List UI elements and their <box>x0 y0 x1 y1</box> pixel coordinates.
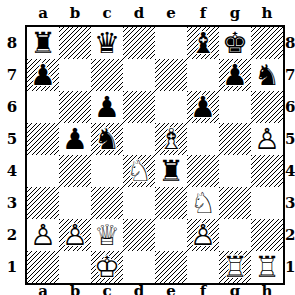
square-b6 <box>59 91 91 123</box>
piece-black-queen-c8: ♛ <box>91 27 123 59</box>
square-e3 <box>155 187 187 219</box>
rank-labels-right: 87654321 <box>285 27 295 283</box>
rank-label-8: 8 <box>1 27 23 59</box>
square-e4: ♜♜ <box>155 155 187 187</box>
rank-label-1: 1 <box>285 251 295 283</box>
piece-black-pawn-c6: ♟ <box>91 91 123 123</box>
square-a4 <box>27 155 59 187</box>
square-g6 <box>219 91 251 123</box>
piece-white-rook-h1: ♖ <box>251 251 283 283</box>
square-b8 <box>59 27 91 59</box>
piece-black-pawn-f6: ♟ <box>187 91 219 123</box>
square-f3: ♞♘ <box>187 187 219 219</box>
piece-white-rook-g1: ♖ <box>219 251 251 283</box>
rank-labels-left: 87654321 <box>1 27 23 283</box>
square-a5 <box>27 123 59 155</box>
square-d1 <box>123 251 155 283</box>
rank-label-1: 1 <box>1 251 23 283</box>
piece-white-queen-c2: ♕ <box>91 219 123 251</box>
file-label-d: d <box>123 2 155 24</box>
square-d6 <box>123 91 155 123</box>
piece-white-pawn-f2: ♙ <box>187 219 219 251</box>
square-a2: ♟♙ <box>27 219 59 251</box>
file-label-f: f <box>187 287 219 295</box>
file-label-g: g <box>219 2 251 24</box>
piece-white-bishop-e5: ♗ <box>155 123 187 155</box>
piece-black-knight-c5: ♞ <box>91 123 123 155</box>
rank-label-7: 7 <box>1 59 23 91</box>
square-f1 <box>187 251 219 283</box>
piece-black-rook-a8: ♜ <box>27 27 59 59</box>
file-label-h: h <box>251 2 283 24</box>
square-h8 <box>251 27 283 59</box>
rank-label-3: 3 <box>285 187 295 219</box>
square-e7 <box>155 59 187 91</box>
square-c3 <box>91 187 123 219</box>
piece-black-bishop-f8: ♝ <box>187 27 219 59</box>
square-g4 <box>219 155 251 187</box>
square-a7: ♟♟ <box>27 59 59 91</box>
piece-white-pawn-b2: ♙ <box>59 219 91 251</box>
file-label-d: d <box>123 287 155 295</box>
square-d4: ♞♘ <box>123 155 155 187</box>
square-a8: ♜♜ <box>27 27 59 59</box>
rank-label-8: 8 <box>285 27 295 59</box>
piece-white-pawn-a2: ♙ <box>27 219 59 251</box>
file-label-f: f <box>187 2 219 24</box>
square-a6 <box>27 91 59 123</box>
chess-board: ♜♜♛♛♝♝♚♚♟♟♟♟♞♞♟♟♟♟♟♟♞♞♝♗♟♙♞♘♜♜♞♘♟♙♟♙♛♕♟♙… <box>25 25 285 285</box>
square-c5: ♞♞ <box>91 123 123 155</box>
file-label-c: c <box>91 287 123 295</box>
square-e8 <box>155 27 187 59</box>
square-c2: ♛♕ <box>91 219 123 251</box>
square-h7: ♞♞ <box>251 59 283 91</box>
piece-black-pawn-b5: ♟ <box>59 123 91 155</box>
square-h4 <box>251 155 283 187</box>
piece-black-knight-h7: ♞ <box>251 59 283 91</box>
square-b3 <box>59 187 91 219</box>
rank-label-5: 5 <box>285 123 295 155</box>
piece-black-rook-e4: ♜ <box>155 155 187 187</box>
piece-black-pawn-a7: ♟ <box>27 59 59 91</box>
square-d8 <box>123 27 155 59</box>
rank-label-3: 3 <box>1 187 23 219</box>
rank-label-6: 6 <box>285 91 295 123</box>
file-label-c: c <box>91 2 123 24</box>
piece-white-pawn-h5: ♙ <box>251 123 283 155</box>
square-a1 <box>27 251 59 283</box>
square-e2 <box>155 219 187 251</box>
square-e5: ♝♗ <box>155 123 187 155</box>
square-c7 <box>91 59 123 91</box>
square-f6: ♟♟ <box>187 91 219 123</box>
square-d3 <box>123 187 155 219</box>
square-g5 <box>219 123 251 155</box>
piece-black-king-g8: ♚ <box>219 27 251 59</box>
square-d7 <box>123 59 155 91</box>
square-h1: ♜♖ <box>251 251 283 283</box>
rank-label-7: 7 <box>285 59 295 91</box>
rank-label-5: 5 <box>1 123 23 155</box>
chess-diagram: abcdefgh 87654321 ♜♜♛♛♝♝♚♚♟♟♟♟♞♞♟♟♟♟♟♟♞♞… <box>0 0 295 295</box>
square-b4 <box>59 155 91 187</box>
square-b1 <box>59 251 91 283</box>
piece-white-knight-f3: ♘ <box>187 187 219 219</box>
file-label-b: b <box>59 2 91 24</box>
square-h3 <box>251 187 283 219</box>
square-e6 <box>155 91 187 123</box>
file-label-e: e <box>155 287 187 295</box>
file-label-h: h <box>251 287 283 295</box>
square-f8: ♝♝ <box>187 27 219 59</box>
square-b2: ♟♙ <box>59 219 91 251</box>
square-g7: ♟♟ <box>219 59 251 91</box>
rank-label-4: 4 <box>285 155 295 187</box>
square-e1 <box>155 251 187 283</box>
square-f7 <box>187 59 219 91</box>
file-label-g: g <box>219 287 251 295</box>
square-g3 <box>219 187 251 219</box>
rank-label-2: 2 <box>1 219 23 251</box>
square-d5 <box>123 123 155 155</box>
square-h5: ♟♙ <box>251 123 283 155</box>
file-labels-top: abcdefgh <box>27 2 283 24</box>
square-a3 <box>27 187 59 219</box>
file-label-e: e <box>155 2 187 24</box>
square-c1: ♚♔ <box>91 251 123 283</box>
square-c4 <box>91 155 123 187</box>
square-h6 <box>251 91 283 123</box>
piece-white-king-c1: ♔ <box>91 251 123 283</box>
square-c8: ♛♛ <box>91 27 123 59</box>
piece-black-pawn-g7: ♟ <box>219 59 251 91</box>
rank-label-6: 6 <box>1 91 23 123</box>
file-labels-bottom: abcdefgh <box>27 287 283 295</box>
file-label-a: a <box>27 2 59 24</box>
rank-label-2: 2 <box>285 219 295 251</box>
square-h2 <box>251 219 283 251</box>
file-label-b: b <box>59 287 91 295</box>
piece-white-knight-d4: ♘ <box>123 155 155 187</box>
rank-label-4: 4 <box>1 155 23 187</box>
square-g8: ♚♚ <box>219 27 251 59</box>
square-g1: ♜♖ <box>219 251 251 283</box>
square-f4 <box>187 155 219 187</box>
square-b7 <box>59 59 91 91</box>
square-g2 <box>219 219 251 251</box>
square-d2 <box>123 219 155 251</box>
square-f5 <box>187 123 219 155</box>
square-b5: ♟♟ <box>59 123 91 155</box>
file-label-a: a <box>27 287 59 295</box>
square-c6: ♟♟ <box>91 91 123 123</box>
square-f2: ♟♙ <box>187 219 219 251</box>
